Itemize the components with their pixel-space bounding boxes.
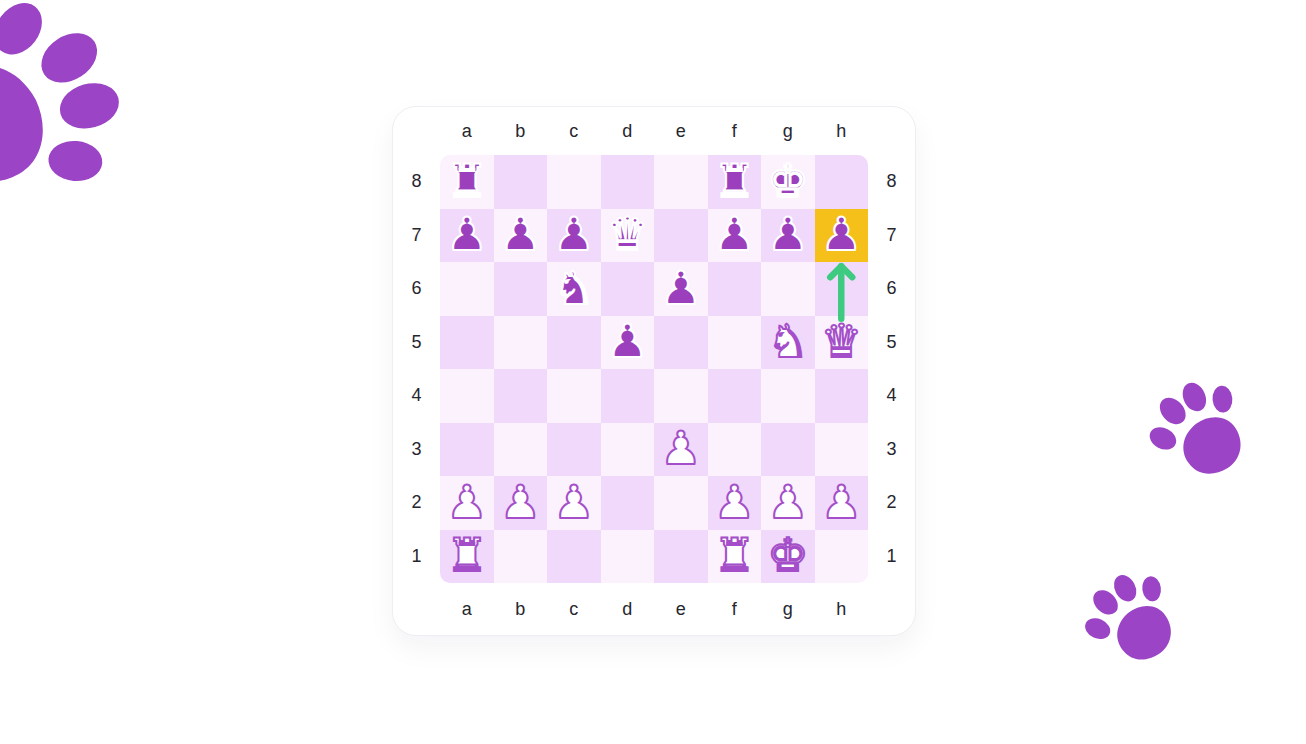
- rank-label-5: 5: [393, 332, 440, 353]
- rank-label-3: 3: [393, 439, 440, 460]
- square-c8[interactable]: [547, 155, 601, 209]
- file-label-f: f: [708, 121, 762, 142]
- square-c1[interactable]: [547, 530, 601, 584]
- rank-label-8: 8: [393, 171, 440, 192]
- white-queen[interactable]: ♛︎: [821, 318, 862, 364]
- white-rook[interactable]: ♜︎: [446, 532, 487, 578]
- square-b7[interactable]: ♟︎: [494, 209, 548, 263]
- square-b6[interactable]: [494, 262, 548, 316]
- square-h8[interactable]: [815, 155, 869, 209]
- square-h2[interactable]: ♟︎: [815, 476, 869, 530]
- square-c3[interactable]: [547, 423, 601, 477]
- rank-label-8: 8: [868, 171, 915, 192]
- file-label-g: g: [761, 599, 815, 620]
- file-label-f: f: [708, 599, 762, 620]
- square-e8[interactable]: [654, 155, 708, 209]
- square-f3[interactable]: [708, 423, 762, 477]
- square-h1[interactable]: [815, 530, 869, 584]
- white-pawn[interactable]: ♟︎: [767, 479, 808, 525]
- purple-pawn[interactable]: ♟︎: [500, 211, 541, 257]
- board-area: ♜︎♜︎♚︎♟︎♟︎♟︎♛︎♟︎♟︎♟︎♞︎♟︎♟︎♞︎♛︎♟︎♟︎♟︎♟︎♟︎…: [440, 155, 868, 583]
- file-label-h: h: [815, 599, 869, 620]
- file-label-e: e: [654, 121, 708, 142]
- purple-king[interactable]: ♚︎: [767, 158, 808, 204]
- purple-pawn[interactable]: ♟︎: [714, 211, 755, 257]
- square-a8[interactable]: ♜︎: [440, 155, 494, 209]
- rank-label-6: 6: [393, 278, 440, 299]
- white-rook[interactable]: ♜︎: [714, 532, 755, 578]
- square-a2[interactable]: ♟︎: [440, 476, 494, 530]
- file-label-b: b: [494, 599, 548, 620]
- rank-labels-left: 87654321: [393, 155, 440, 583]
- white-pawn[interactable]: ♟︎: [553, 479, 594, 525]
- square-h6[interactable]: [815, 262, 869, 316]
- square-h3[interactable]: [815, 423, 869, 477]
- square-e1[interactable]: [654, 530, 708, 584]
- square-h7[interactable]: ♟︎: [815, 209, 869, 263]
- square-a4[interactable]: [440, 369, 494, 423]
- chess-board-card: abcdefgh 87654321 ♜︎♜︎♚︎♟︎♟︎♟︎♛︎♟︎♟︎♟︎♞︎…: [392, 106, 916, 636]
- square-h4[interactable]: [815, 369, 869, 423]
- white-pawn[interactable]: ♟︎: [714, 479, 755, 525]
- square-e5[interactable]: [654, 316, 708, 370]
- square-g2[interactable]: ♟︎: [761, 476, 815, 530]
- square-c6[interactable]: ♞︎: [547, 262, 601, 316]
- purple-knight[interactable]: ♞︎: [553, 265, 594, 311]
- paw-print-icon: [0, 0, 158, 238]
- square-c5[interactable]: [547, 316, 601, 370]
- purple-pawn[interactable]: ♟︎: [767, 211, 808, 257]
- purple-pawn[interactable]: ♟︎: [446, 211, 487, 257]
- rank-label-1: 1: [868, 546, 915, 567]
- file-label-h: h: [815, 121, 869, 142]
- rank-label-2: 2: [868, 492, 915, 513]
- file-label-e: e: [654, 599, 708, 620]
- square-g6[interactable]: [761, 262, 815, 316]
- file-labels-top: abcdefgh: [440, 107, 868, 155]
- square-g5[interactable]: ♞︎: [761, 316, 815, 370]
- rank-label-2: 2: [393, 492, 440, 513]
- purple-rook[interactable]: ♜︎: [714, 158, 755, 204]
- square-d8[interactable]: [601, 155, 655, 209]
- file-label-a: a: [440, 121, 494, 142]
- purple-pawn[interactable]: ♟︎: [821, 211, 862, 257]
- square-a5[interactable]: [440, 316, 494, 370]
- square-e7[interactable]: [654, 209, 708, 263]
- square-g3[interactable]: [761, 423, 815, 477]
- square-b4[interactable]: [494, 369, 548, 423]
- square-d4[interactable]: [601, 369, 655, 423]
- rank-label-1: 1: [393, 546, 440, 567]
- rank-label-3: 3: [868, 439, 915, 460]
- square-e4[interactable]: [654, 369, 708, 423]
- rank-label-5: 5: [868, 332, 915, 353]
- square-f7[interactable]: ♟︎: [708, 209, 762, 263]
- square-f2[interactable]: ♟︎: [708, 476, 762, 530]
- file-label-d: d: [601, 599, 655, 620]
- square-h5[interactable]: ♛︎: [815, 316, 869, 370]
- square-b8[interactable]: [494, 155, 548, 209]
- square-f4[interactable]: [708, 369, 762, 423]
- square-f8[interactable]: ♜︎: [708, 155, 762, 209]
- rank-labels-right: 87654321: [868, 155, 915, 583]
- purple-pawn[interactable]: ♟︎: [553, 211, 594, 257]
- square-a7[interactable]: ♟︎: [440, 209, 494, 263]
- rank-label-4: 4: [393, 385, 440, 406]
- rank-label-6: 6: [868, 278, 915, 299]
- paw-print-icon: [1131, 360, 1269, 498]
- square-g8[interactable]: ♚︎: [761, 155, 815, 209]
- square-e6[interactable]: ♟︎: [654, 262, 708, 316]
- purple-rook[interactable]: ♜︎: [446, 158, 487, 204]
- white-pawn[interactable]: ♟︎: [821, 479, 862, 525]
- square-d6[interactable]: [601, 262, 655, 316]
- rank-label-4: 4: [868, 385, 915, 406]
- chess-board[interactable]: ♜︎♜︎♚︎♟︎♟︎♟︎♛︎♟︎♟︎♟︎♞︎♟︎♟︎♞︎♛︎♟︎♟︎♟︎♟︎♟︎…: [440, 155, 868, 583]
- square-a3[interactable]: [440, 423, 494, 477]
- square-d7[interactable]: ♛︎: [601, 209, 655, 263]
- square-e3[interactable]: ♟︎: [654, 423, 708, 477]
- rank-label-7: 7: [393, 225, 440, 246]
- square-d3[interactable]: [601, 423, 655, 477]
- file-label-c: c: [547, 599, 601, 620]
- purple-pawn[interactable]: ♟︎: [660, 265, 701, 311]
- white-pawn[interactable]: ♟︎: [660, 425, 701, 471]
- square-c4[interactable]: [547, 369, 601, 423]
- square-g4[interactable]: [761, 369, 815, 423]
- white-pawn[interactable]: ♟︎: [446, 479, 487, 525]
- file-label-b: b: [494, 121, 548, 142]
- white-king[interactable]: ♚︎: [767, 532, 808, 578]
- square-b2[interactable]: ♟︎: [494, 476, 548, 530]
- square-a6[interactable]: [440, 262, 494, 316]
- square-b3[interactable]: [494, 423, 548, 477]
- file-label-a: a: [440, 599, 494, 620]
- square-d2[interactable]: [601, 476, 655, 530]
- square-b1[interactable]: [494, 530, 548, 584]
- square-b5[interactable]: [494, 316, 548, 370]
- file-label-d: d: [601, 121, 655, 142]
- square-a1[interactable]: ♜︎: [440, 530, 494, 584]
- square-e2[interactable]: [654, 476, 708, 530]
- square-g7[interactable]: ♟︎: [761, 209, 815, 263]
- file-labels-bottom: abcdefgh: [440, 583, 868, 635]
- square-g1[interactable]: ♚︎: [761, 530, 815, 584]
- file-label-c: c: [547, 121, 601, 142]
- purple-pawn[interactable]: ♟︎: [607, 318, 648, 364]
- square-d1[interactable]: [601, 530, 655, 584]
- rank-label-7: 7: [868, 225, 915, 246]
- square-f6[interactable]: [708, 262, 762, 316]
- square-d5[interactable]: ♟︎: [601, 316, 655, 370]
- white-pawn[interactable]: ♟︎: [500, 479, 541, 525]
- paw-print-icon: [1066, 552, 1197, 683]
- purple-queen[interactable]: ♛︎: [607, 211, 648, 257]
- white-knight[interactable]: ♞︎: [767, 318, 808, 364]
- square-f5[interactable]: [708, 316, 762, 370]
- square-f1[interactable]: ♜︎: [708, 530, 762, 584]
- square-c7[interactable]: ♟︎: [547, 209, 601, 263]
- square-c2[interactable]: ♟︎: [547, 476, 601, 530]
- file-label-g: g: [761, 121, 815, 142]
